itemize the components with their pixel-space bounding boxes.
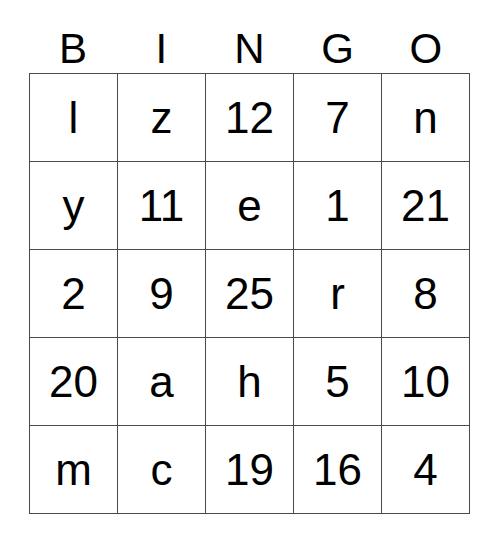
bingo-card-page: B I N G O l z 12 7 n y 11 e 1 21 2 9 25 … xyxy=(0,0,500,544)
bingo-cell-r4c3: h xyxy=(206,338,293,425)
header-letter-i: I xyxy=(155,33,167,65)
bingo-cell-r1c4: 7 xyxy=(294,74,381,161)
bingo-cell-r3c3: 25 xyxy=(206,250,293,337)
bingo-cell-r4c5: 10 xyxy=(382,338,469,425)
bingo-cell-r5c5: 4 xyxy=(382,426,469,513)
bingo-cell-r1c2: z xyxy=(118,74,205,161)
header-letter-b: B xyxy=(59,33,87,65)
bingo-cell-r4c4: 5 xyxy=(294,338,381,425)
bingo-cell-r3c2: 9 xyxy=(118,250,205,337)
bingo-cell-r4c2: a xyxy=(118,338,205,425)
bingo-cell-r3c5: 8 xyxy=(382,250,469,337)
header-letter-o: O xyxy=(410,33,443,65)
bingo-cell-r5c2: c xyxy=(118,426,205,513)
bingo-cell-r1c3: 12 xyxy=(206,74,293,161)
bingo-cell-r2c3: e xyxy=(206,162,293,249)
header-letter-g: G xyxy=(321,33,354,65)
bingo-card: B I N G O l z 12 7 n y 11 e 1 21 2 9 25 … xyxy=(29,20,470,514)
bingo-cell-r2c5: 21 xyxy=(382,162,469,249)
bingo-header-row: B I N G O xyxy=(29,20,470,73)
bingo-cell-r1c5: n xyxy=(382,74,469,161)
bingo-cell-r3c1: 2 xyxy=(30,250,117,337)
bingo-cell-r5c3: 19 xyxy=(206,426,293,513)
bingo-cell-r2c4: 1 xyxy=(294,162,381,249)
bingo-cell-r5c4: 16 xyxy=(294,426,381,513)
bingo-cell-r2c2: 11 xyxy=(118,162,205,249)
bingo-cell-r3c4: r xyxy=(294,250,381,337)
header-letter-n: N xyxy=(234,33,264,65)
bingo-cell-r5c1: m xyxy=(30,426,117,513)
bingo-cell-r2c1: y xyxy=(30,162,117,249)
bingo-cell-r4c1: 20 xyxy=(30,338,117,425)
bingo-cell-r1c1: l xyxy=(30,74,117,161)
bingo-grid: l z 12 7 n y 11 e 1 21 2 9 25 r 8 20 a h… xyxy=(29,73,470,514)
